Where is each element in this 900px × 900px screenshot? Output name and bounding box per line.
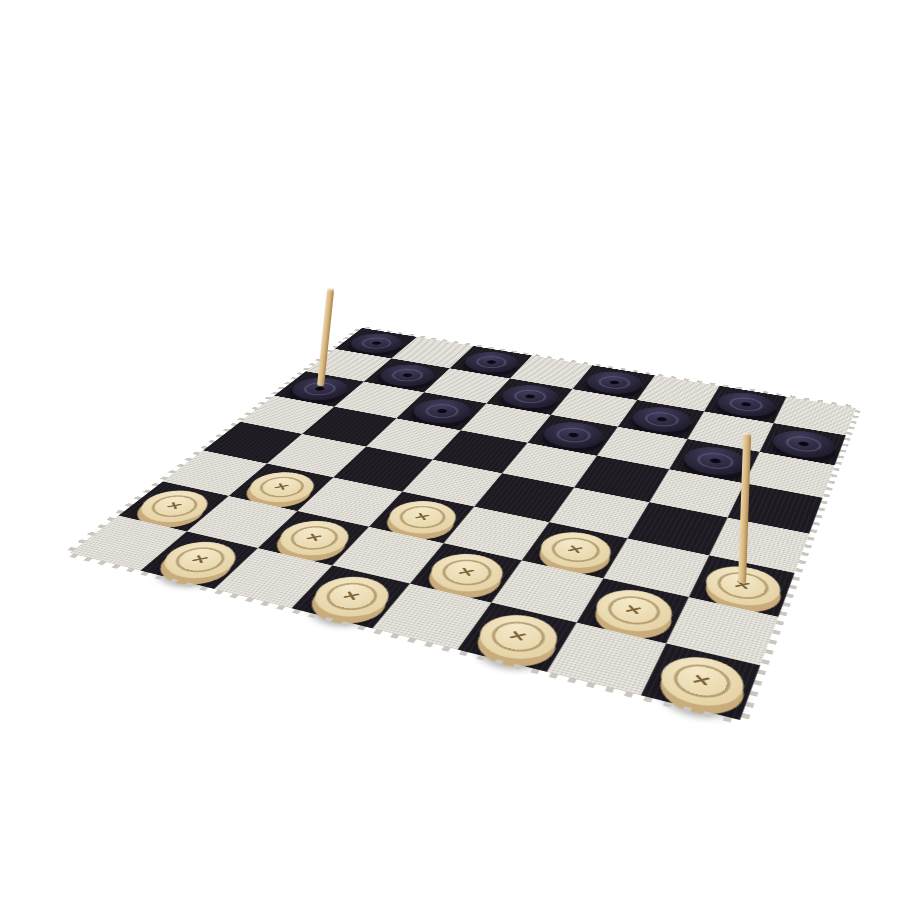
scene <box>0 0 900 900</box>
cream-checker-f8[interactable] <box>468 608 567 666</box>
cream-checker-h8[interactable] <box>651 649 750 713</box>
board <box>70 328 856 720</box>
